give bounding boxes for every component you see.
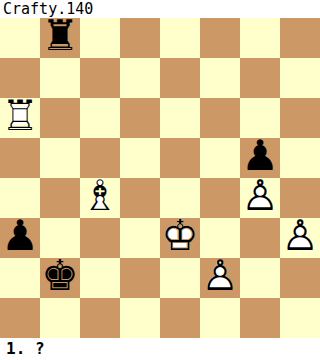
square-g7[interactable]	[240, 58, 280, 98]
square-e6[interactable]	[160, 98, 200, 138]
square-f1[interactable]	[200, 298, 240, 338]
square-b2[interactable]: ♚	[40, 258, 80, 298]
square-a8[interactable]	[0, 18, 40, 58]
square-c3[interactable]	[80, 218, 120, 258]
square-h2[interactable]	[280, 258, 320, 298]
square-d5[interactable]	[120, 138, 160, 178]
white-king[interactable]: ♚♔	[160, 218, 200, 258]
square-b4[interactable]	[40, 178, 80, 218]
square-e5[interactable]	[160, 138, 200, 178]
square-a2[interactable]	[0, 258, 40, 298]
square-a6[interactable]: ♜♖	[0, 98, 40, 138]
black-pawn[interactable]: ♟	[0, 218, 40, 258]
square-b5[interactable]	[40, 138, 80, 178]
square-h6[interactable]	[280, 98, 320, 138]
square-a3[interactable]: ♟	[0, 218, 40, 258]
square-c4[interactable]: ♝♗	[80, 178, 120, 218]
square-e7[interactable]	[160, 58, 200, 98]
square-f7[interactable]	[200, 58, 240, 98]
move-prompt: 1. ?	[0, 338, 320, 360]
square-c2[interactable]	[80, 258, 120, 298]
chess-diagram-window: Crafty.140 ♜♜♖♟♝♗♟♙♟♚♔♟♙♚♟♙ 1. ?	[0, 0, 320, 360]
square-b1[interactable]	[40, 298, 80, 338]
square-d1[interactable]	[120, 298, 160, 338]
square-d2[interactable]	[120, 258, 160, 298]
square-e2[interactable]	[160, 258, 200, 298]
square-h5[interactable]	[280, 138, 320, 178]
square-a1[interactable]	[0, 298, 40, 338]
square-a5[interactable]	[0, 138, 40, 178]
square-d3[interactable]	[120, 218, 160, 258]
square-b8[interactable]: ♜	[40, 18, 80, 58]
square-f8[interactable]	[200, 18, 240, 58]
white-pawn[interactable]: ♟♙	[240, 178, 280, 218]
white-rook[interactable]: ♜♖	[0, 98, 40, 138]
square-c8[interactable]	[80, 18, 120, 58]
square-d6[interactable]	[120, 98, 160, 138]
square-d8[interactable]	[120, 18, 160, 58]
square-e3[interactable]: ♚♔	[160, 218, 200, 258]
square-c6[interactable]	[80, 98, 120, 138]
square-f2[interactable]: ♟♙	[200, 258, 240, 298]
square-b7[interactable]	[40, 58, 80, 98]
square-h8[interactable]	[280, 18, 320, 58]
black-king[interactable]: ♚	[40, 258, 80, 298]
square-e1[interactable]	[160, 298, 200, 338]
square-e8[interactable]	[160, 18, 200, 58]
square-f4[interactable]	[200, 178, 240, 218]
square-g3[interactable]	[240, 218, 280, 258]
square-g4[interactable]: ♟♙	[240, 178, 280, 218]
white-bishop[interactable]: ♝♗	[80, 178, 120, 218]
black-rook[interactable]: ♜	[40, 18, 80, 58]
square-h3[interactable]: ♟♙	[280, 218, 320, 258]
square-h7[interactable]	[280, 58, 320, 98]
square-g1[interactable]	[240, 298, 280, 338]
chess-board: ♜♜♖♟♝♗♟♙♟♚♔♟♙♚♟♙	[0, 18, 320, 338]
square-g8[interactable]	[240, 18, 280, 58]
white-pawn[interactable]: ♟♙	[200, 258, 240, 298]
square-c7[interactable]	[80, 58, 120, 98]
square-f6[interactable]	[200, 98, 240, 138]
square-g2[interactable]	[240, 258, 280, 298]
square-b6[interactable]	[40, 98, 80, 138]
square-d7[interactable]	[120, 58, 160, 98]
square-h1[interactable]	[280, 298, 320, 338]
square-d4[interactable]	[120, 178, 160, 218]
square-f5[interactable]	[200, 138, 240, 178]
white-pawn[interactable]: ♟♙	[280, 218, 320, 258]
square-c1[interactable]	[80, 298, 120, 338]
